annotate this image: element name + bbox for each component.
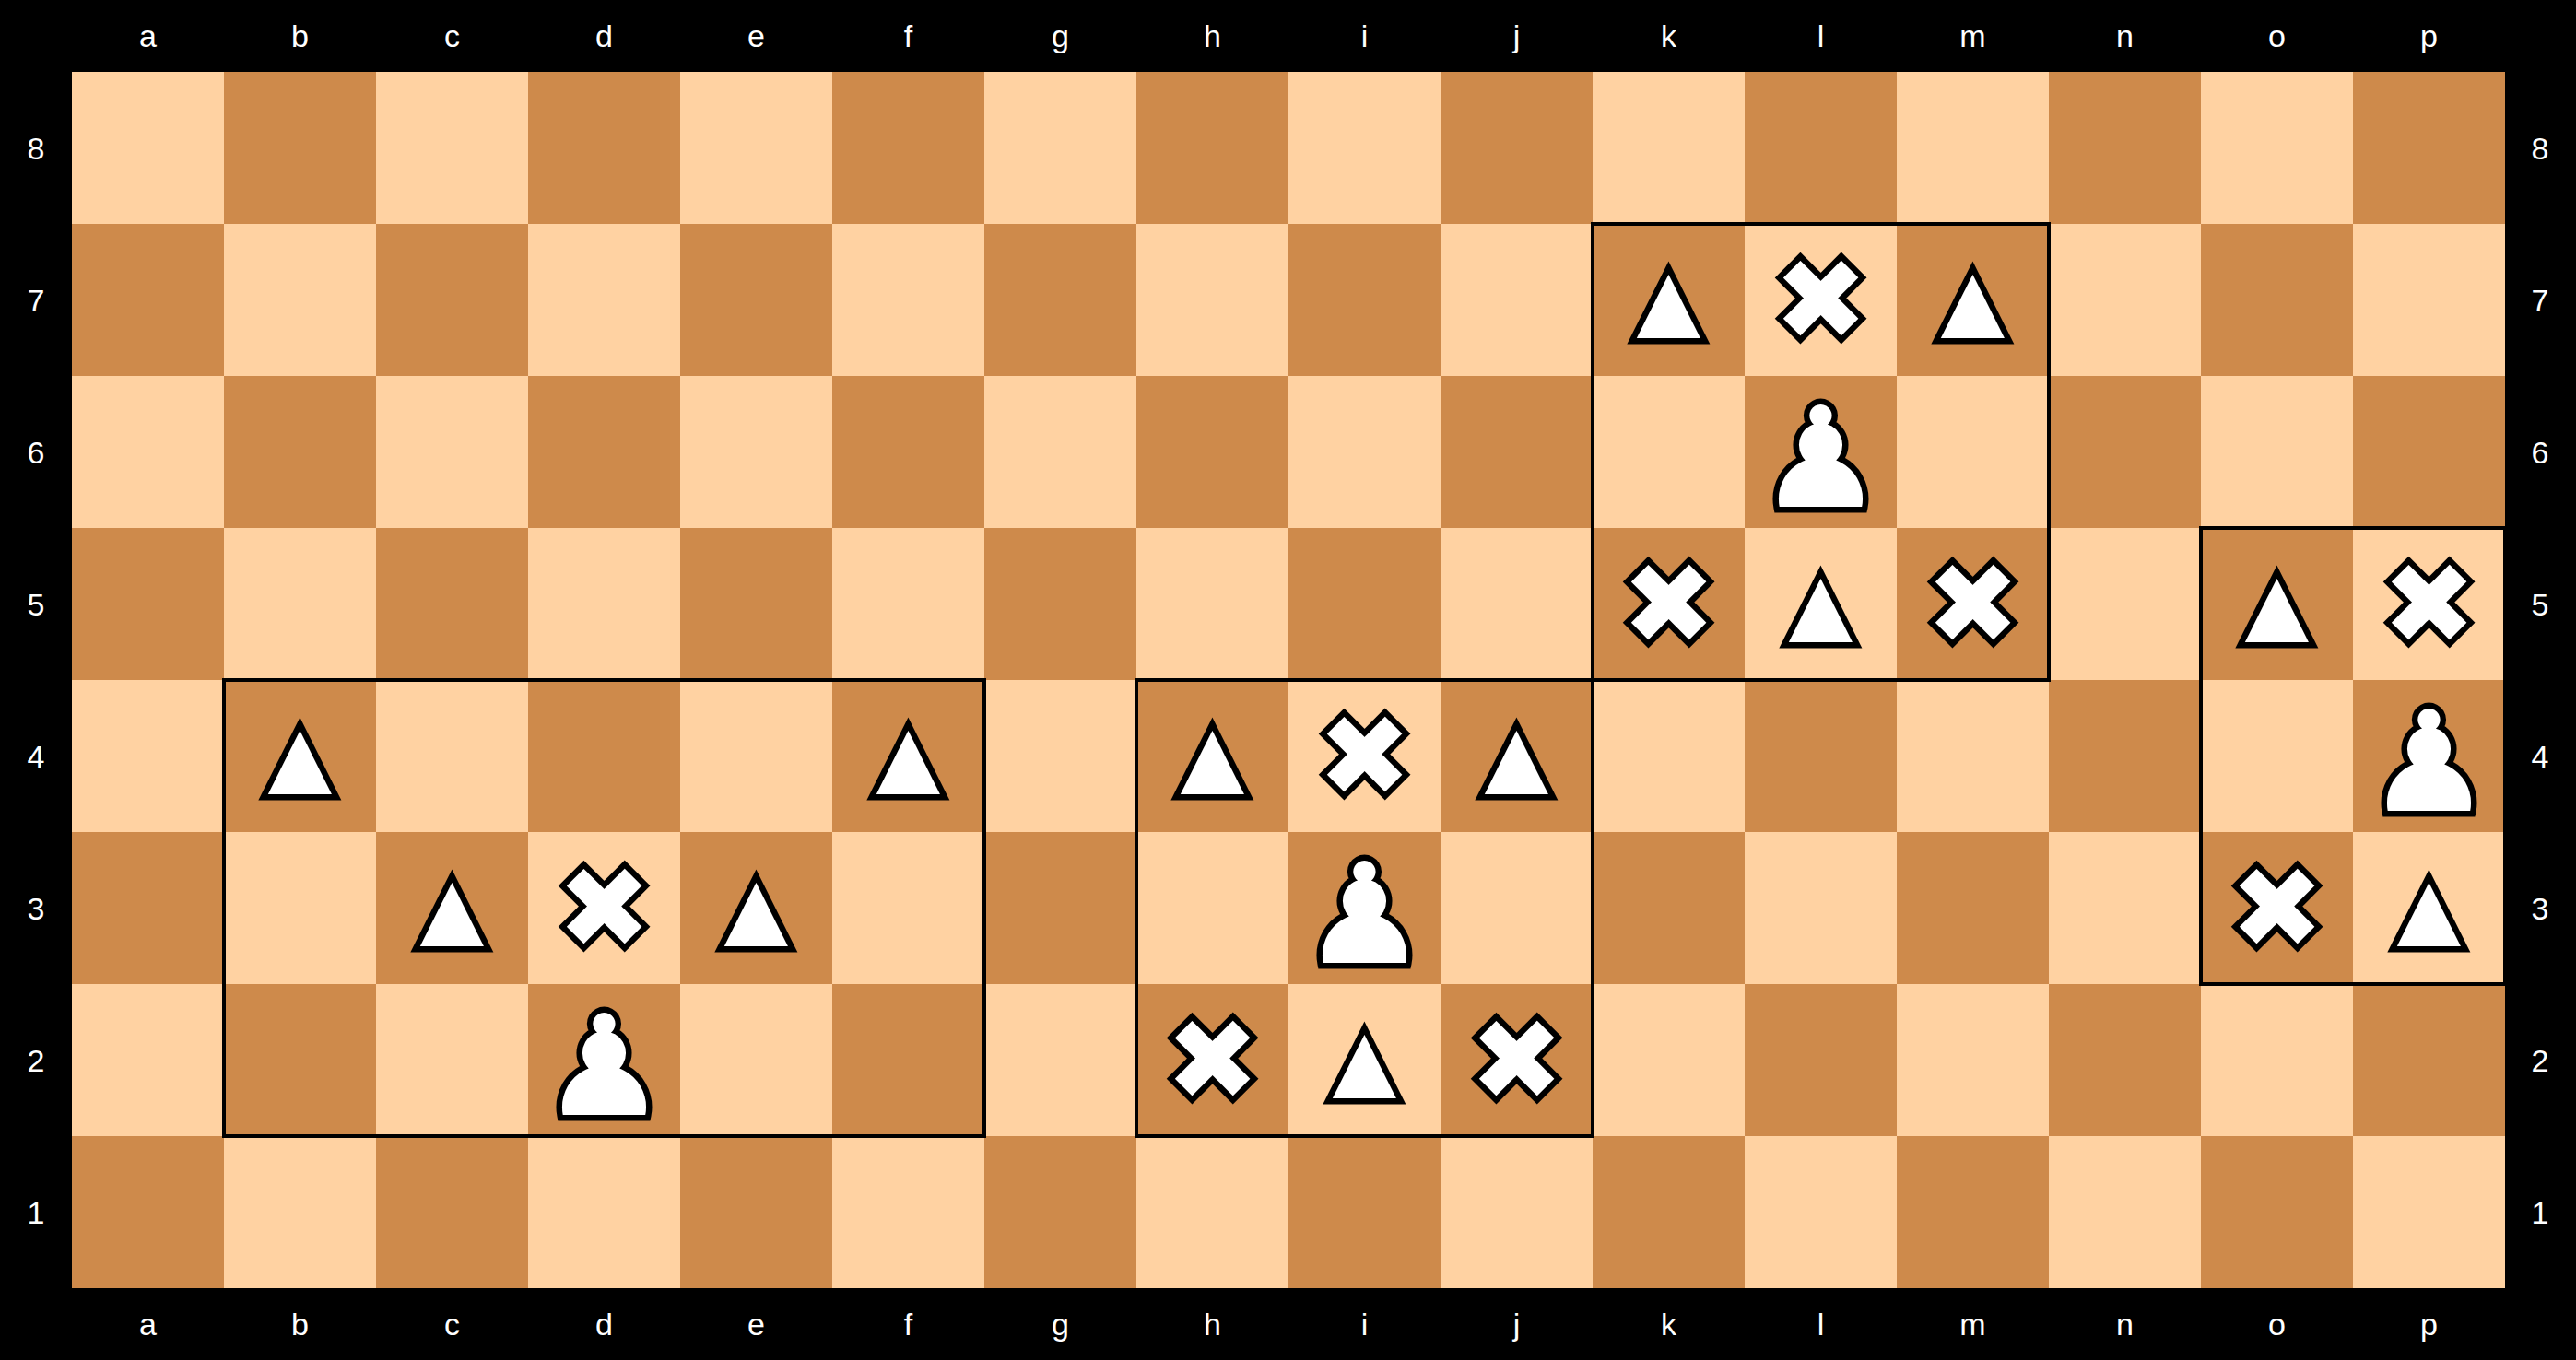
file-label-g: g xyxy=(984,0,1136,72)
file-label-a: a xyxy=(72,1288,224,1360)
file-label-m: m xyxy=(1897,1288,2049,1360)
square-f5[interactable] xyxy=(832,528,984,680)
cross-piece-m5: ✖ xyxy=(1925,548,2019,661)
rank-label-3: 3 xyxy=(0,832,72,984)
file-label-e: e xyxy=(680,1288,832,1360)
square-n6[interactable] xyxy=(2049,376,2201,528)
square-m6[interactable] xyxy=(1897,376,2049,528)
file-label-l: l xyxy=(1745,1288,1897,1360)
square-a8[interactable] xyxy=(72,72,224,224)
square-d7[interactable] xyxy=(528,224,680,376)
square-a5[interactable] xyxy=(72,528,224,680)
square-b6[interactable] xyxy=(224,376,376,528)
square-g5[interactable] xyxy=(984,528,1136,680)
square-o1[interactable] xyxy=(2201,1136,2353,1288)
triangle-piece-j4: ▲ xyxy=(1463,702,1570,811)
triangle-piece-c3: ▲ xyxy=(398,854,506,963)
square-c8[interactable] xyxy=(376,72,528,224)
file-label-c: c xyxy=(376,0,528,72)
triangle-piece-o5: ▲ xyxy=(2223,550,2331,659)
file-label-f: f xyxy=(832,0,984,72)
cross-piece-p5: ✖ xyxy=(2382,548,2476,661)
square-h6[interactable] xyxy=(1136,376,1288,528)
square-h7[interactable] xyxy=(1136,224,1288,376)
cross-piece-h2: ✖ xyxy=(1165,1004,1259,1117)
square-k2[interactable] xyxy=(1593,984,1745,1136)
rank-label-1: 1 xyxy=(2504,1136,2576,1288)
square-l3[interactable] xyxy=(1745,832,1897,984)
square-h5[interactable] xyxy=(1136,528,1288,680)
file-label-i: i xyxy=(1288,1288,1441,1360)
square-j2[interactable]: ✖ xyxy=(1441,984,1593,1136)
cross-piece-i4: ✖ xyxy=(1317,700,1411,813)
square-o6[interactable] xyxy=(2201,376,2353,528)
square-b1[interactable] xyxy=(224,1136,376,1288)
square-b2[interactable] xyxy=(224,984,376,1136)
square-l2[interactable] xyxy=(1745,984,1897,1136)
file-label-i: i xyxy=(1288,0,1441,72)
square-f7[interactable] xyxy=(832,224,984,376)
square-c7[interactable] xyxy=(376,224,528,376)
square-k1[interactable] xyxy=(1593,1136,1745,1288)
square-h8[interactable] xyxy=(1136,72,1288,224)
square-g1[interactable] xyxy=(984,1136,1136,1288)
file-label-j: j xyxy=(1441,1288,1593,1360)
file-label-b: b xyxy=(224,1288,376,1360)
file-label-d: d xyxy=(528,0,680,72)
rank-label-8: 8 xyxy=(2504,72,2576,224)
board-area: ▲✖▲♟✖▲✖▲✖▲▲▲✖▲♟▲✖▲♟✖▲♟✖▲✖ xyxy=(72,72,2505,1288)
square-a7[interactable] xyxy=(72,224,224,376)
square-l1[interactable] xyxy=(1745,1136,1897,1288)
square-p4[interactable]: ♟ xyxy=(2353,680,2505,832)
cross-piece-j2: ✖ xyxy=(1469,1004,1563,1117)
square-p5[interactable]: ✖ xyxy=(2353,528,2505,680)
file-label-j: j xyxy=(1441,0,1593,72)
square-f6[interactable] xyxy=(832,376,984,528)
file-label-o: o xyxy=(2201,0,2353,72)
triangle-piece-h4: ▲ xyxy=(1159,702,1266,811)
square-c5[interactable] xyxy=(376,528,528,680)
file-label-h: h xyxy=(1136,0,1288,72)
square-l4[interactable] xyxy=(1745,680,1897,832)
rank-label-4: 4 xyxy=(2504,680,2576,832)
file-label-g: g xyxy=(984,1288,1136,1360)
rank-label-2: 2 xyxy=(0,984,72,1136)
square-j8[interactable] xyxy=(1441,72,1593,224)
square-m7[interactable]: ▲ xyxy=(1897,224,2049,376)
triangle-piece-l5: ▲ xyxy=(1767,550,1875,659)
file-label-l: l xyxy=(1745,0,1897,72)
square-d3[interactable]: ✖ xyxy=(528,832,680,984)
square-j6[interactable] xyxy=(1441,376,1593,528)
square-c4[interactable] xyxy=(376,680,528,832)
square-n7[interactable] xyxy=(2049,224,2201,376)
square-a3[interactable] xyxy=(72,832,224,984)
square-n1[interactable] xyxy=(2049,1136,2201,1288)
square-h3[interactable] xyxy=(1136,832,1288,984)
square-k4[interactable] xyxy=(1593,680,1745,832)
square-m3[interactable] xyxy=(1897,832,2049,984)
square-c1[interactable] xyxy=(376,1136,528,1288)
square-m5[interactable]: ✖ xyxy=(1897,528,2049,680)
square-b3[interactable] xyxy=(224,832,376,984)
square-i6[interactable] xyxy=(1288,376,1441,528)
square-m8[interactable] xyxy=(1897,72,2049,224)
square-e2[interactable] xyxy=(680,984,832,1136)
square-n5[interactable] xyxy=(2049,528,2201,680)
square-i8[interactable] xyxy=(1288,72,1441,224)
square-p1[interactable] xyxy=(2353,1136,2505,1288)
file-label-b: b xyxy=(224,0,376,72)
square-b7[interactable] xyxy=(224,224,376,376)
square-b4[interactable]: ▲ xyxy=(224,680,376,832)
square-k3[interactable] xyxy=(1593,832,1745,984)
square-e6[interactable] xyxy=(680,376,832,528)
rank-label-5: 5 xyxy=(0,528,72,680)
square-a2[interactable] xyxy=(72,984,224,1136)
square-e5[interactable] xyxy=(680,528,832,680)
file-label-a: a xyxy=(72,0,224,72)
square-o8[interactable] xyxy=(2201,72,2353,224)
square-o2[interactable] xyxy=(2201,984,2353,1136)
square-h1[interactable] xyxy=(1136,1136,1288,1288)
cross-piece-l7: ✖ xyxy=(1773,244,1867,357)
square-g3[interactable] xyxy=(984,832,1136,984)
rank-label-8: 8 xyxy=(0,72,72,224)
cross-piece-d3: ✖ xyxy=(557,852,651,965)
square-i1[interactable] xyxy=(1288,1136,1441,1288)
square-m1[interactable] xyxy=(1897,1136,2049,1288)
square-g8[interactable] xyxy=(984,72,1136,224)
square-p2[interactable] xyxy=(2353,984,2505,1136)
square-p7[interactable] xyxy=(2353,224,2505,376)
square-b8[interactable] xyxy=(224,72,376,224)
square-e3[interactable]: ▲ xyxy=(680,832,832,984)
file-label-m: m xyxy=(1897,0,2049,72)
cross-piece-k5: ✖ xyxy=(1621,548,1715,661)
square-j1[interactable] xyxy=(1441,1136,1593,1288)
square-j5[interactable] xyxy=(1441,528,1593,680)
square-c2[interactable] xyxy=(376,984,528,1136)
square-o4[interactable] xyxy=(2201,680,2353,832)
board-grid: ▲✖▲♟✖▲✖▲✖▲▲▲✖▲♟▲✖▲♟✖▲♟✖▲✖ xyxy=(72,72,2505,1288)
square-l6[interactable]: ♟ xyxy=(1745,376,1897,528)
square-f8[interactable] xyxy=(832,72,984,224)
square-n2[interactable] xyxy=(2049,984,2201,1136)
pawn-piece-p4: ♟ xyxy=(2366,692,2491,832)
triangle-piece-p3: ▲ xyxy=(2375,854,2483,963)
pawn-piece-l6: ♟ xyxy=(1758,388,1883,528)
square-a1[interactable] xyxy=(72,1136,224,1288)
square-o5[interactable]: ▲ xyxy=(2201,528,2353,680)
square-l7[interactable]: ✖ xyxy=(1745,224,1897,376)
file-label-n: n xyxy=(2049,1288,2201,1360)
square-d5[interactable] xyxy=(528,528,680,680)
square-g6[interactable] xyxy=(984,376,1136,528)
rank-label-7: 7 xyxy=(0,224,72,376)
square-h4[interactable]: ▲ xyxy=(1136,680,1288,832)
triangle-piece-e3: ▲ xyxy=(702,854,810,963)
rank-label-2: 2 xyxy=(2504,984,2576,1136)
square-i3[interactable]: ♟ xyxy=(1288,832,1441,984)
file-label-f: f xyxy=(832,1288,984,1360)
square-j3[interactable] xyxy=(1441,832,1593,984)
file-labels-top: abcdefghijklmnop xyxy=(72,0,2505,72)
square-p3[interactable]: ▲ xyxy=(2353,832,2505,984)
pawn-piece-i3: ♟ xyxy=(1301,844,1427,984)
rank-label-3: 3 xyxy=(2504,832,2576,984)
square-n3[interactable] xyxy=(2049,832,2201,984)
square-k7[interactable]: ▲ xyxy=(1593,224,1745,376)
square-d8[interactable] xyxy=(528,72,680,224)
file-label-n: n xyxy=(2049,0,2201,72)
file-label-p: p xyxy=(2353,0,2505,72)
square-f1[interactable] xyxy=(832,1136,984,1288)
file-labels-bottom: abcdefghijklmnop xyxy=(72,1288,2505,1360)
cross-piece-o3: ✖ xyxy=(2229,852,2323,965)
rank-label-7: 7 xyxy=(2504,224,2576,376)
square-h2[interactable]: ✖ xyxy=(1136,984,1288,1136)
square-k5[interactable]: ✖ xyxy=(1593,528,1745,680)
rank-label-6: 6 xyxy=(2504,376,2576,528)
square-c3[interactable]: ▲ xyxy=(376,832,528,984)
square-f4[interactable]: ▲ xyxy=(832,680,984,832)
square-m2[interactable] xyxy=(1897,984,2049,1136)
file-label-k: k xyxy=(1593,0,1745,72)
square-a4[interactable] xyxy=(72,680,224,832)
square-e1[interactable] xyxy=(680,1136,832,1288)
square-e4[interactable] xyxy=(680,680,832,832)
square-g4[interactable] xyxy=(984,680,1136,832)
triangle-piece-i2: ▲ xyxy=(1311,1006,1418,1115)
square-j4[interactable]: ▲ xyxy=(1441,680,1593,832)
rank-label-6: 6 xyxy=(0,376,72,528)
board-stage: abcdefghijklmnop abcdefghijklmnop 876543… xyxy=(0,0,2576,1360)
file-label-c: c xyxy=(376,1288,528,1360)
rank-labels-right: 87654321 xyxy=(2504,72,2576,1288)
square-p8[interactable] xyxy=(2353,72,2505,224)
square-f3[interactable] xyxy=(832,832,984,984)
square-n8[interactable] xyxy=(2049,72,2201,224)
square-n4[interactable] xyxy=(2049,680,2201,832)
pawn-piece-d2: ♟ xyxy=(541,996,666,1136)
file-label-k: k xyxy=(1593,1288,1745,1360)
file-label-o: o xyxy=(2201,1288,2353,1360)
square-k6[interactable] xyxy=(1593,376,1745,528)
square-o7[interactable] xyxy=(2201,224,2353,376)
square-l8[interactable] xyxy=(1745,72,1897,224)
square-i2[interactable]: ▲ xyxy=(1288,984,1441,1136)
square-i7[interactable] xyxy=(1288,224,1441,376)
square-k8[interactable] xyxy=(1593,72,1745,224)
square-f2[interactable] xyxy=(832,984,984,1136)
rank-label-4: 4 xyxy=(0,680,72,832)
rank-labels-left: 87654321 xyxy=(0,72,72,1288)
square-o3[interactable]: ✖ xyxy=(2201,832,2353,984)
rank-label-1: 1 xyxy=(0,1136,72,1288)
file-label-h: h xyxy=(1136,1288,1288,1360)
square-c6[interactable] xyxy=(376,376,528,528)
square-d2[interactable]: ♟ xyxy=(528,984,680,1136)
square-i5[interactable] xyxy=(1288,528,1441,680)
triangle-piece-k7: ▲ xyxy=(1615,246,1723,355)
square-i4[interactable]: ✖ xyxy=(1288,680,1441,832)
square-j7[interactable] xyxy=(1441,224,1593,376)
square-l5[interactable]: ▲ xyxy=(1745,528,1897,680)
triangle-piece-f4: ▲ xyxy=(854,702,962,811)
square-p6[interactable] xyxy=(2353,376,2505,528)
triangle-piece-b4: ▲ xyxy=(246,702,354,811)
square-b5[interactable] xyxy=(224,528,376,680)
square-m4[interactable] xyxy=(1897,680,2049,832)
rank-label-5: 5 xyxy=(2504,528,2576,680)
square-d1[interactable] xyxy=(528,1136,680,1288)
file-label-d: d xyxy=(528,1288,680,1360)
square-d4[interactable] xyxy=(528,680,680,832)
triangle-piece-m7: ▲ xyxy=(1919,246,2027,355)
square-g7[interactable] xyxy=(984,224,1136,376)
square-e8[interactable] xyxy=(680,72,832,224)
square-e7[interactable] xyxy=(680,224,832,376)
file-label-p: p xyxy=(2353,1288,2505,1360)
file-label-e: e xyxy=(680,0,832,72)
square-a6[interactable] xyxy=(72,376,224,528)
square-g2[interactable] xyxy=(984,984,1136,1136)
square-d6[interactable] xyxy=(528,376,680,528)
